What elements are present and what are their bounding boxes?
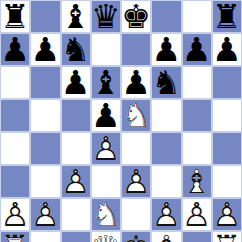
piece-white-pawn[interactable]: ♟♙ bbox=[31, 198, 61, 231]
chess-board-container: ♜♝♛♚♜♟♟♞♟♟♟♟♝♟♞♟♞♘♟♙♟♙♟♙♝♗♟♙♟♙♞♘♟♙♟♙♟♙♜♖… bbox=[0, 0, 242, 242]
piece-white-bishop[interactable]: ♝♗ bbox=[152, 231, 182, 242]
piece-black-pawn[interactable]: ♟ bbox=[0, 33, 30, 66]
piece-glyph-outline: ♙ bbox=[212, 198, 242, 231]
piece-white-queen[interactable]: ♛♕ bbox=[91, 231, 121, 242]
square-a6[interactable] bbox=[0, 66, 30, 99]
square-e3[interactable]: ♟♙ bbox=[121, 165, 151, 198]
piece-glyph-outline: ♙ bbox=[61, 165, 91, 198]
square-a3[interactable] bbox=[0, 165, 30, 198]
piece-glyph-fill: ♟ bbox=[0, 33, 30, 66]
piece-white-pawn[interactable]: ♟♙ bbox=[212, 198, 242, 231]
square-e8[interactable]: ♚ bbox=[121, 0, 151, 33]
piece-black-rook[interactable]: ♜ bbox=[212, 0, 242, 33]
piece-glyph-outline: ♘ bbox=[121, 99, 151, 132]
square-b2[interactable]: ♟♙ bbox=[30, 198, 60, 231]
square-f7[interactable]: ♟ bbox=[151, 33, 181, 66]
piece-white-knight[interactable]: ♞♘ bbox=[121, 99, 151, 132]
square-g8[interactable] bbox=[182, 0, 212, 33]
piece-glyph-fill: ♝ bbox=[61, 0, 91, 33]
square-g2[interactable]: ♟♙ bbox=[182, 198, 212, 231]
square-e5[interactable]: ♞♘ bbox=[121, 99, 151, 132]
square-d5[interactable]: ♟ bbox=[91, 99, 121, 132]
piece-white-pawn[interactable]: ♟♙ bbox=[152, 198, 182, 231]
piece-glyph-fill: ♟ bbox=[212, 33, 242, 66]
square-f4[interactable] bbox=[151, 132, 181, 165]
piece-black-bishop[interactable]: ♝ bbox=[61, 0, 91, 33]
piece-white-rook[interactable]: ♜♖ bbox=[212, 231, 242, 242]
square-h3[interactable] bbox=[212, 165, 242, 198]
square-h6[interactable] bbox=[212, 66, 242, 99]
square-a5[interactable] bbox=[0, 99, 30, 132]
square-e7[interactable] bbox=[121, 33, 151, 66]
square-g7[interactable]: ♟ bbox=[182, 33, 212, 66]
piece-glyph-outline: ♖ bbox=[212, 231, 242, 242]
piece-glyph-outline: ♙ bbox=[31, 198, 61, 231]
piece-black-king[interactable]: ♚ bbox=[121, 0, 151, 33]
piece-black-rook[interactable]: ♜ bbox=[0, 0, 30, 33]
piece-white-pawn[interactable]: ♟♙ bbox=[0, 198, 30, 231]
square-f6[interactable]: ♞ bbox=[151, 66, 181, 99]
piece-glyph-fill: ♜ bbox=[0, 0, 30, 33]
piece-glyph-outline: ♕ bbox=[91, 231, 121, 242]
piece-glyph-outline: ♗ bbox=[182, 165, 212, 198]
piece-glyph-fill: ♚ bbox=[121, 0, 151, 33]
square-d7[interactable] bbox=[91, 33, 121, 66]
square-d2[interactable]: ♞♘ bbox=[91, 198, 121, 231]
square-f8[interactable] bbox=[151, 0, 181, 33]
piece-white-pawn[interactable]: ♟♙ bbox=[121, 165, 151, 198]
piece-glyph-fill: ♟ bbox=[91, 99, 121, 132]
piece-black-pawn[interactable]: ♟ bbox=[121, 66, 151, 99]
piece-glyph-outline: ♘ bbox=[91, 198, 121, 231]
piece-black-pawn[interactable]: ♟ bbox=[91, 99, 121, 132]
piece-white-pawn[interactable]: ♟♙ bbox=[182, 198, 212, 231]
square-g5[interactable] bbox=[182, 99, 212, 132]
piece-black-pawn[interactable]: ♟ bbox=[212, 33, 242, 66]
piece-glyph-outline: ♔ bbox=[121, 231, 151, 242]
piece-glyph-fill: ♛ bbox=[91, 0, 121, 33]
square-a8[interactable]: ♜ bbox=[0, 0, 30, 33]
piece-glyph-fill: ♟ bbox=[31, 33, 61, 66]
square-e4[interactable] bbox=[121, 132, 151, 165]
piece-white-pawn[interactable]: ♟♙ bbox=[91, 132, 121, 165]
square-g4[interactable] bbox=[182, 132, 212, 165]
piece-glyph-fill: ♟ bbox=[61, 66, 91, 99]
piece-white-rook[interactable]: ♜♖ bbox=[0, 231, 30, 242]
piece-white-pawn[interactable]: ♟♙ bbox=[61, 165, 91, 198]
piece-glyph-fill: ♞ bbox=[152, 66, 182, 99]
piece-glyph-outline: ♙ bbox=[121, 165, 151, 198]
square-h1[interactable]: ♜♖ bbox=[212, 231, 242, 242]
piece-black-knight[interactable]: ♞ bbox=[152, 66, 182, 99]
square-c5[interactable] bbox=[61, 99, 91, 132]
square-b6[interactable] bbox=[30, 66, 60, 99]
piece-glyph-fill: ♞ bbox=[61, 33, 91, 66]
piece-glyph-outline: ♙ bbox=[0, 198, 30, 231]
square-c6[interactable]: ♟ bbox=[61, 66, 91, 99]
square-d4[interactable]: ♟♙ bbox=[91, 132, 121, 165]
square-c7[interactable]: ♞ bbox=[61, 33, 91, 66]
square-f5[interactable] bbox=[151, 99, 181, 132]
square-e2[interactable] bbox=[121, 198, 151, 231]
square-c8[interactable]: ♝ bbox=[61, 0, 91, 33]
piece-glyph-outline: ♖ bbox=[0, 231, 30, 242]
square-h7[interactable]: ♟ bbox=[212, 33, 242, 66]
chess-board: ♜♝♛♚♜♟♟♞♟♟♟♟♝♟♞♟♞♘♟♙♟♙♟♙♝♗♟♙♟♙♞♘♟♙♟♙♟♙♜♖… bbox=[0, 0, 242, 242]
square-h8[interactable]: ♜ bbox=[212, 0, 242, 33]
piece-black-pawn[interactable]: ♟ bbox=[61, 66, 91, 99]
square-b5[interactable] bbox=[30, 99, 60, 132]
piece-white-bishop[interactable]: ♝♗ bbox=[182, 165, 212, 198]
piece-glyph-outline: ♗ bbox=[152, 231, 182, 242]
square-c2[interactable] bbox=[61, 198, 91, 231]
square-d3[interactable] bbox=[91, 165, 121, 198]
piece-glyph-outline: ♙ bbox=[182, 198, 212, 231]
piece-glyph-fill: ♟ bbox=[121, 66, 151, 99]
square-b8[interactable] bbox=[30, 0, 60, 33]
square-d8[interactable]: ♛ bbox=[91, 0, 121, 33]
square-b7[interactable]: ♟ bbox=[30, 33, 60, 66]
square-a4[interactable] bbox=[0, 132, 30, 165]
piece-glyph-outline: ♙ bbox=[91, 132, 121, 165]
piece-black-bishop[interactable]: ♝ bbox=[91, 66, 121, 99]
square-f3[interactable] bbox=[151, 165, 181, 198]
piece-black-pawn[interactable]: ♟ bbox=[152, 33, 182, 66]
piece-white-knight[interactable]: ♞♘ bbox=[91, 198, 121, 231]
square-f1[interactable]: ♝♗ bbox=[151, 231, 181, 242]
square-g6[interactable] bbox=[182, 66, 212, 99]
piece-black-queen[interactable]: ♛ bbox=[91, 0, 121, 33]
piece-black-knight[interactable]: ♞ bbox=[61, 33, 91, 66]
square-c1[interactable] bbox=[61, 231, 91, 242]
square-f2[interactable]: ♟♙ bbox=[151, 198, 181, 231]
piece-glyph-fill: ♝ bbox=[91, 66, 121, 99]
square-e6[interactable]: ♟ bbox=[121, 66, 151, 99]
square-b4[interactable] bbox=[30, 132, 60, 165]
piece-black-pawn[interactable]: ♟ bbox=[31, 33, 61, 66]
square-h4[interactable] bbox=[212, 132, 242, 165]
square-d6[interactable]: ♝ bbox=[91, 66, 121, 99]
square-a1[interactable]: ♜♖ bbox=[0, 231, 30, 242]
square-e1[interactable]: ♚♔ bbox=[121, 231, 151, 242]
square-c4[interactable] bbox=[61, 132, 91, 165]
square-g3[interactable]: ♝♗ bbox=[182, 165, 212, 198]
square-h5[interactable] bbox=[212, 99, 242, 132]
square-a7[interactable]: ♟ bbox=[0, 33, 30, 66]
piece-white-king[interactable]: ♚♔ bbox=[121, 231, 151, 242]
piece-black-pawn[interactable]: ♟ bbox=[182, 33, 212, 66]
square-a2[interactable]: ♟♙ bbox=[0, 198, 30, 231]
piece-glyph-outline: ♙ bbox=[152, 198, 182, 231]
square-h2[interactable]: ♟♙ bbox=[212, 198, 242, 231]
square-b3[interactable] bbox=[30, 165, 60, 198]
square-d1[interactable]: ♛♕ bbox=[91, 231, 121, 242]
piece-glyph-fill: ♟ bbox=[182, 33, 212, 66]
square-c3[interactable]: ♟♙ bbox=[61, 165, 91, 198]
piece-glyph-fill: ♜ bbox=[212, 0, 242, 33]
piece-glyph-fill: ♟ bbox=[152, 33, 182, 66]
